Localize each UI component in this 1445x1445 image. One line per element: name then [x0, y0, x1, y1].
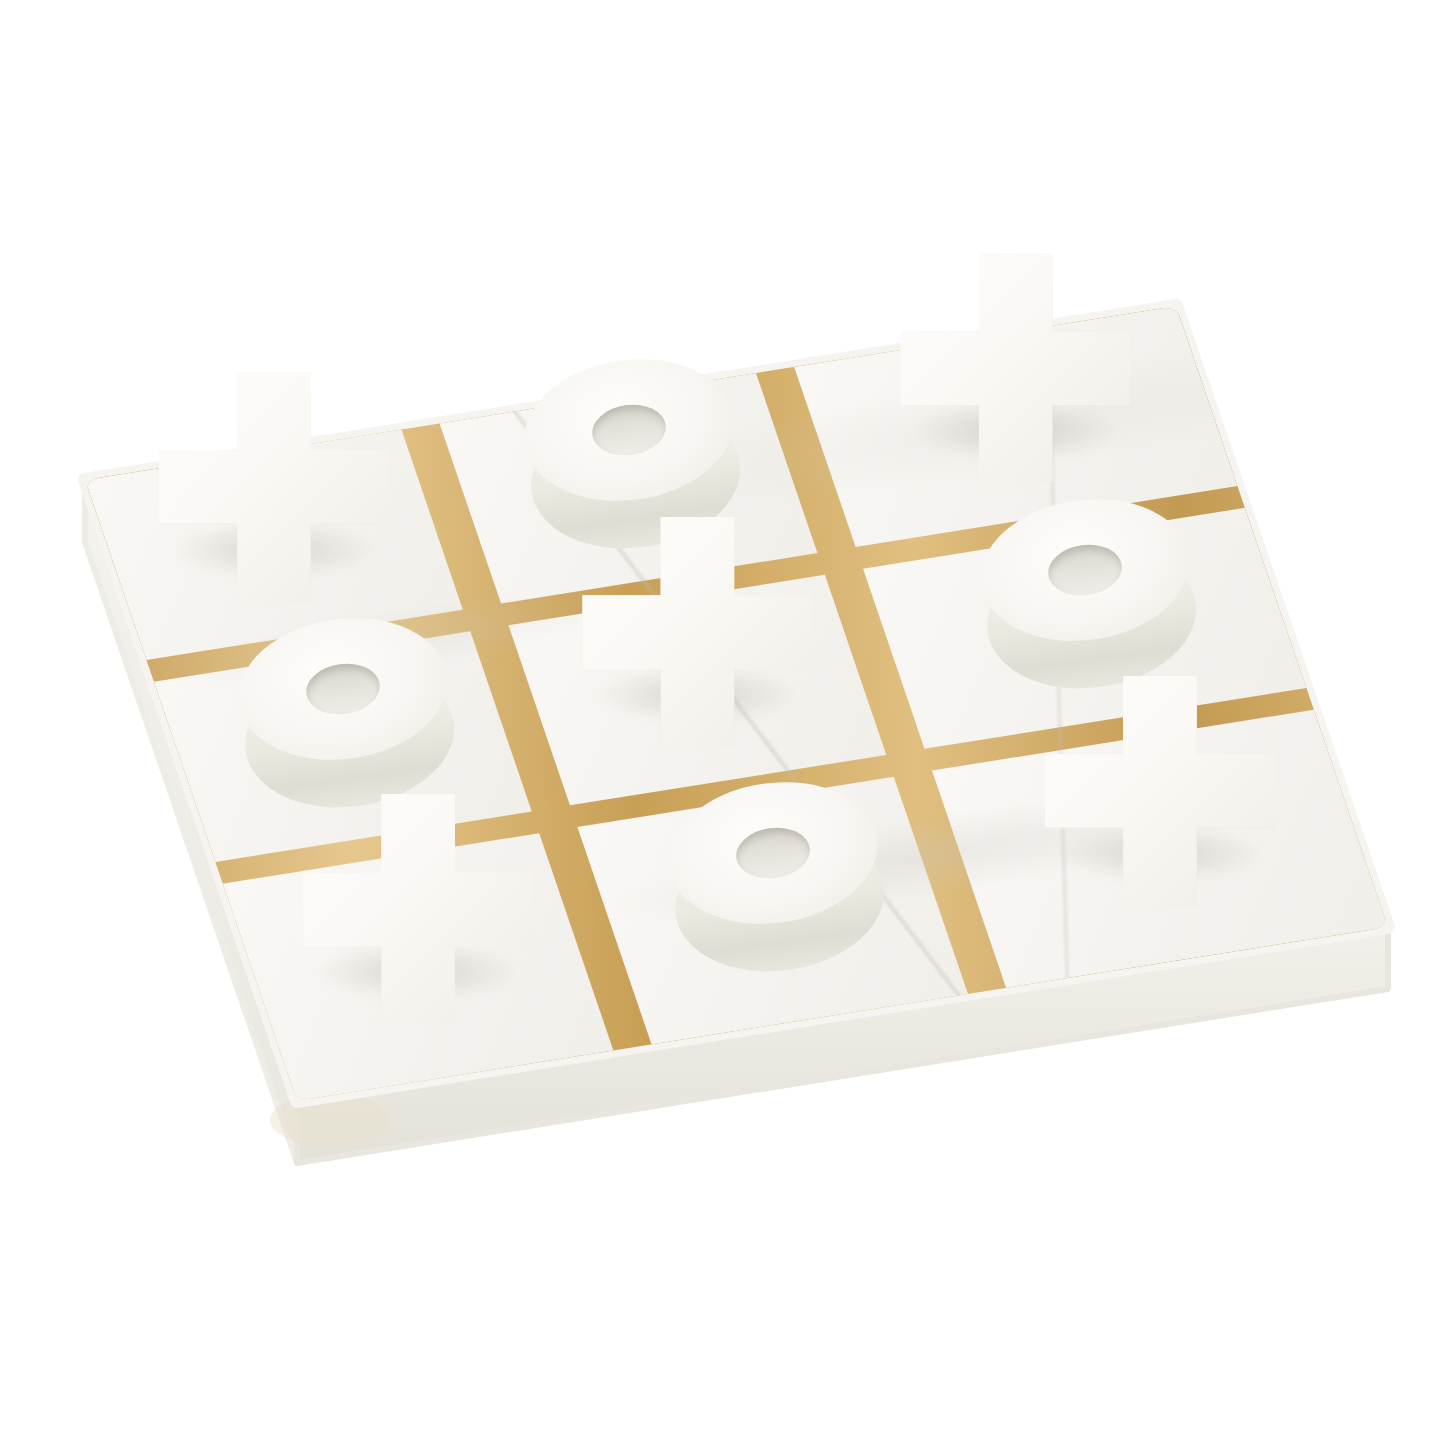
piece-x[interactable]: [901, 253, 1131, 483]
piece-x[interactable]: [1045, 676, 1275, 906]
piece-x[interactable]: [582, 517, 812, 747]
piece-x[interactable]: [303, 794, 533, 1024]
piece-o[interactable]: [659, 769, 895, 996]
product-photo-scene: [0, 0, 1445, 1445]
piece-x[interactable]: [159, 372, 389, 602]
